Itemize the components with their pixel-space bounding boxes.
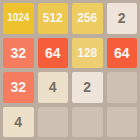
cell-r1c4: 2	[107, 3, 138, 34]
cell-r4c3	[72, 107, 103, 138]
board-2048[interactable]: 1024 512 256 2 32 64 128 64 32 4 2 4	[0, 0, 140, 140]
cell-r4c2	[38, 107, 69, 138]
cell-r3c1: 32	[3, 72, 34, 103]
cell-r1c3: 256	[72, 3, 103, 34]
cell-r3c2: 4	[38, 72, 69, 103]
cell-r1c2: 512	[38, 3, 69, 34]
cell-r2c3: 128	[72, 38, 103, 69]
cell-r2c2: 64	[38, 38, 69, 69]
cell-r3c3: 2	[72, 72, 103, 103]
cell-r1c1: 1024	[3, 3, 34, 34]
cell-r2c4: 64	[107, 38, 138, 69]
cell-r4c4	[107, 107, 138, 138]
cell-r4c1: 4	[3, 107, 34, 138]
cell-r3c4	[107, 72, 138, 103]
cell-r2c1: 32	[3, 38, 34, 69]
